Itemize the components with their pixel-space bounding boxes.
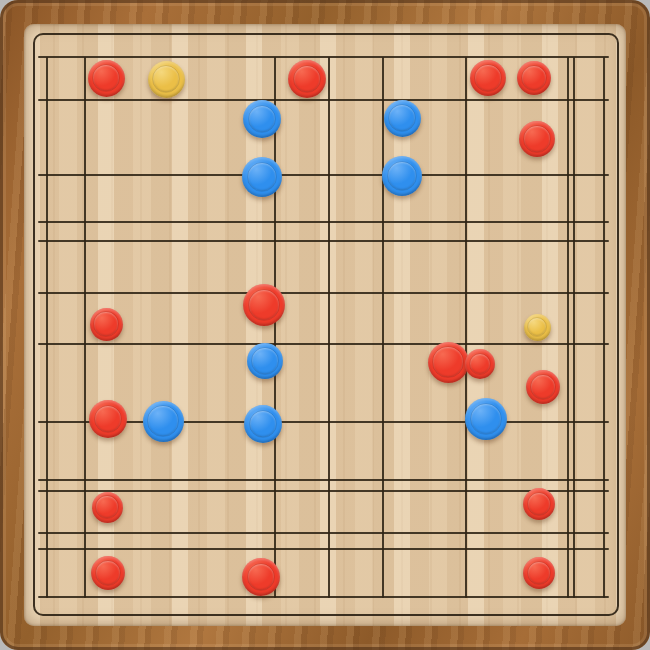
disc-rim [388, 104, 416, 132]
disc-red[interactable] [288, 60, 326, 98]
disc-rim [432, 346, 463, 377]
grid-line-h [38, 99, 609, 101]
disc-rim [95, 495, 119, 519]
disc-rim [147, 405, 178, 436]
grid-line-h [38, 240, 609, 242]
disc-rim [470, 403, 502, 435]
disc-rim [247, 563, 276, 592]
disc-rim [527, 492, 551, 516]
disc-red[interactable] [88, 60, 125, 97]
disc-blue[interactable] [243, 100, 281, 138]
grid-line-h [38, 479, 609, 481]
grid-line-v [573, 57, 575, 598]
disc-rim [247, 162, 277, 192]
disc-red[interactable] [428, 342, 469, 383]
disc-rim [94, 405, 123, 434]
disc-red[interactable] [470, 60, 506, 96]
disc-rim [521, 65, 547, 91]
disc-yellow[interactable] [148, 61, 185, 98]
disc-rim [523, 125, 550, 152]
disc-rim [251, 347, 278, 374]
disc-blue[interactable] [382, 156, 422, 196]
disc-red[interactable] [517, 61, 551, 95]
disc-red[interactable] [519, 121, 555, 157]
disc-rim [469, 353, 492, 376]
disc-red[interactable] [92, 492, 123, 523]
disc-rim [93, 311, 118, 336]
disc-blue[interactable] [465, 398, 507, 440]
disc-rim [92, 64, 120, 92]
disc-red[interactable] [243, 284, 285, 326]
disc-rim [95, 560, 121, 586]
grid-line-v [465, 57, 467, 598]
disc-rim [527, 561, 551, 585]
disc-blue[interactable] [143, 401, 184, 442]
disc-blue[interactable] [242, 157, 282, 197]
disc-red[interactable] [91, 556, 125, 590]
grid-line-h [38, 490, 609, 492]
grid-line-h [38, 174, 609, 176]
disc-red[interactable] [90, 308, 123, 341]
grid-line-v [567, 57, 569, 598]
grid-line-h [38, 221, 609, 223]
game-board [0, 0, 650, 650]
disc-red[interactable] [526, 370, 560, 404]
disc-red[interactable] [523, 488, 555, 520]
grid-line-v [382, 57, 384, 598]
disc-red[interactable] [89, 400, 127, 438]
disc-rim [387, 161, 417, 191]
disc-red[interactable] [242, 558, 280, 596]
disc-blue[interactable] [244, 405, 282, 443]
grid-line-v [84, 57, 86, 598]
grid-line-h [38, 56, 609, 58]
grid-line-h [38, 596, 609, 598]
disc-yellow[interactable] [524, 314, 551, 341]
disc-rim [249, 410, 278, 439]
grid-line-v [46, 57, 48, 598]
disc-rim [152, 65, 180, 93]
grid-line-v [274, 57, 276, 598]
grid-line-h [38, 532, 609, 534]
disc-blue[interactable] [247, 343, 283, 379]
grid-line-h [38, 292, 609, 294]
disc-red[interactable] [523, 557, 555, 589]
disc-rim [293, 65, 322, 94]
disc-rim [248, 105, 277, 134]
grid-line-v [328, 57, 330, 598]
grid-line-v [603, 57, 605, 598]
disc-blue[interactable] [384, 100, 421, 137]
disc-rim [248, 289, 280, 321]
disc-rim [530, 374, 556, 400]
disc-rim [527, 317, 548, 338]
disc-rim [474, 64, 501, 91]
disc-red[interactable] [465, 349, 495, 379]
grid-line-h [38, 343, 609, 345]
grid-line-h [38, 548, 609, 550]
